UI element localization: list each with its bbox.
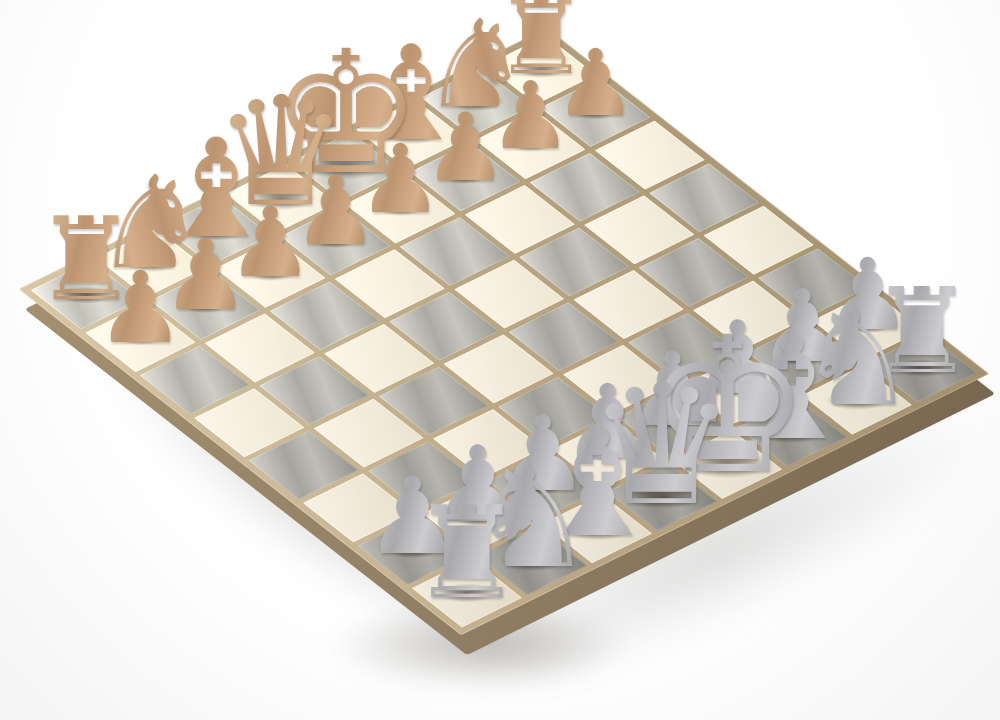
silver-rook-a1: ♜	[410, 490, 524, 617]
chess-product-photo: ♜♞♝♛♚♝♞♜♟♟♟♟♟♟♟♟♟♟♟♟♟♟♟♟♜♞♝♛♚♝♞♜	[0, 0, 1000, 720]
wood-pawn-a7: ♟	[96, 257, 185, 356]
